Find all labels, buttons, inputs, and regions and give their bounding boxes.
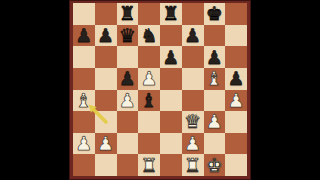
square-b6[interactable] [95, 46, 117, 68]
square-d4[interactable]: ♝ [138, 90, 160, 112]
square-g3[interactable]: ♟ [204, 111, 226, 133]
square-d3[interactable] [138, 111, 160, 133]
square-g2[interactable] [204, 133, 226, 155]
square-b3[interactable] [95, 111, 117, 133]
square-a6[interactable] [73, 46, 95, 68]
piece-black-pawn[interactable]: ♟ [225, 68, 247, 90]
piece-black-rook[interactable]: ♜ [117, 3, 139, 25]
square-c4[interactable]: ♟ [117, 90, 139, 112]
square-c7[interactable]: ♛ [117, 25, 139, 47]
piece-black-rook[interactable]: ♜ [160, 3, 182, 25]
square-f7[interactable]: ♟ [182, 25, 204, 47]
piece-black-knight[interactable]: ♞ [138, 25, 160, 47]
chess-board-frame: ♜♜♚♟♟♛♞♟♟♟♟♟♝♟♝♟♝♟♛♟♟♟♟♜♜♚ [69, 0, 251, 180]
square-e7[interactable] [160, 25, 182, 47]
square-d7[interactable]: ♞ [138, 25, 160, 47]
square-f8[interactable] [182, 3, 204, 25]
piece-black-queen[interactable]: ♛ [117, 25, 139, 47]
piece-black-pawn[interactable]: ♟ [204, 46, 226, 68]
square-e2[interactable] [160, 133, 182, 155]
square-f3[interactable]: ♛ [182, 111, 204, 133]
square-f4[interactable] [182, 90, 204, 112]
piece-black-pawn[interactable]: ♟ [182, 25, 204, 47]
piece-white-queen[interactable]: ♛ [182, 111, 204, 133]
square-g7[interactable] [204, 25, 226, 47]
piece-white-bishop[interactable]: ♝ [204, 68, 226, 90]
square-c2[interactable] [117, 133, 139, 155]
square-a3[interactable] [73, 111, 95, 133]
square-g8[interactable]: ♚ [204, 3, 226, 25]
square-e5[interactable] [160, 68, 182, 90]
square-a1[interactable] [73, 154, 95, 176]
square-c6[interactable] [117, 46, 139, 68]
square-d6[interactable] [138, 46, 160, 68]
square-b7[interactable]: ♟ [95, 25, 117, 47]
square-b5[interactable] [95, 68, 117, 90]
piece-black-pawn[interactable]: ♟ [160, 46, 182, 68]
square-g4[interactable] [204, 90, 226, 112]
square-h6[interactable] [225, 46, 247, 68]
square-b1[interactable] [95, 154, 117, 176]
piece-black-king[interactable]: ♚ [204, 3, 226, 25]
piece-black-pawn[interactable]: ♟ [117, 68, 139, 90]
piece-white-pawn[interactable]: ♟ [73, 133, 95, 155]
square-b8[interactable] [95, 3, 117, 25]
piece-white-pawn[interactable]: ♟ [138, 68, 160, 90]
square-g1[interactable]: ♚ [204, 154, 226, 176]
square-a2[interactable]: ♟ [73, 133, 95, 155]
square-e8[interactable]: ♜ [160, 3, 182, 25]
square-e1[interactable] [160, 154, 182, 176]
piece-white-pawn[interactable]: ♟ [204, 111, 226, 133]
square-f2[interactable]: ♟ [182, 133, 204, 155]
square-h3[interactable] [225, 111, 247, 133]
square-h4[interactable]: ♟ [225, 90, 247, 112]
piece-white-rook[interactable]: ♜ [138, 154, 160, 176]
square-a8[interactable] [73, 3, 95, 25]
screenshot-stage: ♜♜♚♟♟♛♞♟♟♟♟♟♝♟♝♟♝♟♛♟♟♟♟♜♜♚ [0, 0, 320, 180]
square-b2[interactable]: ♟ [95, 133, 117, 155]
square-c3[interactable] [117, 111, 139, 133]
piece-white-king[interactable]: ♚ [204, 154, 226, 176]
square-d1[interactable]: ♜ [138, 154, 160, 176]
piece-white-pawn[interactable]: ♟ [182, 133, 204, 155]
square-c5[interactable]: ♟ [117, 68, 139, 90]
square-d2[interactable] [138, 133, 160, 155]
square-a7[interactable]: ♟ [73, 25, 95, 47]
square-f5[interactable] [182, 68, 204, 90]
square-b4[interactable] [95, 90, 117, 112]
piece-white-pawn[interactable]: ♟ [117, 90, 139, 112]
square-f1[interactable]: ♜ [182, 154, 204, 176]
piece-white-bishop[interactable]: ♝ [73, 90, 95, 112]
square-e3[interactable] [160, 111, 182, 133]
piece-black-bishop[interactable]: ♝ [138, 90, 160, 112]
piece-white-rook[interactable]: ♜ [182, 154, 204, 176]
square-h1[interactable] [225, 154, 247, 176]
piece-black-pawn[interactable]: ♟ [95, 25, 117, 47]
square-h5[interactable]: ♟ [225, 68, 247, 90]
square-f6[interactable] [182, 46, 204, 68]
square-h2[interactable] [225, 133, 247, 155]
square-c1[interactable] [117, 154, 139, 176]
piece-black-pawn[interactable]: ♟ [73, 25, 95, 47]
square-a4[interactable]: ♝ [73, 90, 95, 112]
square-d8[interactable] [138, 3, 160, 25]
square-c8[interactable]: ♜ [117, 3, 139, 25]
square-g5[interactable]: ♝ [204, 68, 226, 90]
piece-white-pawn[interactable]: ♟ [225, 90, 247, 112]
square-g6[interactable]: ♟ [204, 46, 226, 68]
square-a5[interactable] [73, 68, 95, 90]
square-e4[interactable] [160, 90, 182, 112]
chess-board: ♜♜♚♟♟♛♞♟♟♟♟♟♝♟♝♟♝♟♛♟♟♟♟♜♜♚ [73, 3, 247, 176]
square-h7[interactable] [225, 25, 247, 47]
piece-white-pawn[interactable]: ♟ [95, 133, 117, 155]
square-d5[interactable]: ♟ [138, 68, 160, 90]
square-h8[interactable] [225, 3, 247, 25]
square-e6[interactable]: ♟ [160, 46, 182, 68]
